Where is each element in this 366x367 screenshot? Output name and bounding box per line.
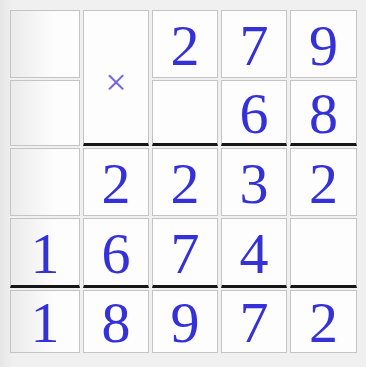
cell-r1-c4: 7 [221,10,287,78]
cell-r2-c5: 8 [290,80,357,146]
cell-r1-c3: 2 [152,10,218,78]
cell-r2-c1 [10,80,80,146]
cell-r5-c1: 1 [10,290,80,353]
cell-r4-c2: 6 [83,218,149,288]
cell-r3-c3: 2 [152,148,218,216]
multiplication-grid: × 2 7 9 6 8 2 2 3 2 1 6 7 4 1 8 9 7 2 [10,10,357,353]
cell-r5-c2: 8 [83,290,149,353]
cell-r1-c1 [10,10,80,78]
cell-r3-c4: 3 [221,148,287,216]
multiply-sign: × [83,10,149,146]
cell-r4-c3: 7 [152,218,218,288]
cell-r1-c5: 9 [290,10,357,78]
cell-r3-c5: 2 [290,148,357,216]
cell-r4-c1: 1 [10,218,80,288]
cell-r5-c3: 9 [152,290,218,353]
cell-r4-c5 [290,218,357,288]
cell-r3-c2: 2 [83,148,149,216]
cell-r2-c4: 6 [221,80,287,146]
cell-r2-c3 [152,80,218,146]
cell-r5-c5: 2 [290,290,357,353]
cell-r4-c4: 4 [221,218,287,288]
cell-r3-c1 [10,148,80,216]
cell-r5-c4: 7 [221,290,287,353]
